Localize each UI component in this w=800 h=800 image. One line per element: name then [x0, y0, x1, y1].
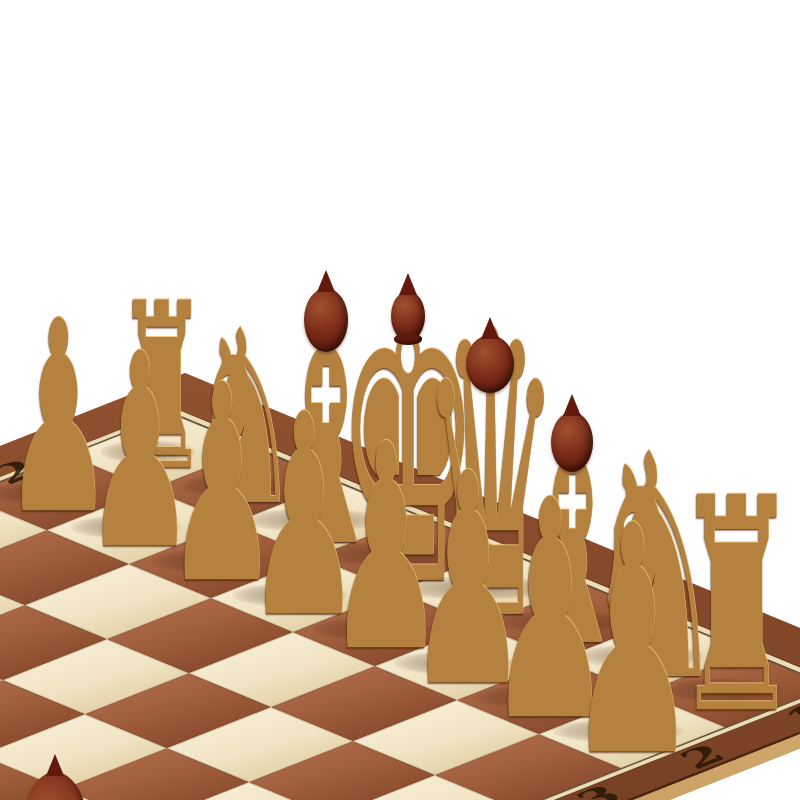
product-photo-scene: 122334455667788 ♜♞♝♚♛♝♞♜♟♟♟♟♟♟♟♟ [0, 0, 800, 800]
piece-white-pawn-a2[interactable]: ♟ [560, 485, 705, 800]
dark-finial-queen-d1 [466, 335, 514, 393]
